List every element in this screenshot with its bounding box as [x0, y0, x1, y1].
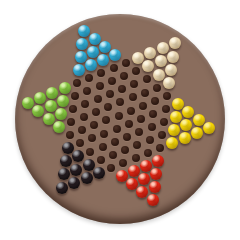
hole[interactable]: [125, 120, 133, 128]
marble-green[interactable]: [55, 108, 67, 120]
hole[interactable]: [139, 102, 147, 110]
hole[interactable]: [149, 110, 157, 118]
hole[interactable]: [118, 85, 126, 93]
hole[interactable]: [132, 154, 140, 162]
hole[interactable]: [115, 112, 123, 120]
marble-blue[interactable]: [97, 54, 109, 66]
hole[interactable]: [137, 115, 145, 123]
marble-green[interactable]: [34, 92, 46, 104]
marble-blue[interactable]: [76, 38, 88, 50]
hole[interactable]: [116, 98, 124, 106]
hole[interactable]: [158, 131, 166, 139]
marble-black[interactable]: [60, 155, 72, 167]
hole[interactable]: [113, 125, 121, 133]
hole[interactable]: [94, 95, 102, 103]
hole[interactable]: [148, 123, 156, 131]
hole[interactable]: [160, 118, 168, 126]
hole[interactable]: [122, 59, 130, 67]
marble-black[interactable]: [81, 172, 93, 184]
hole[interactable]: [96, 82, 104, 90]
marble-blue[interactable]: [73, 64, 85, 76]
marble-blue[interactable]: [75, 51, 87, 63]
hole[interactable]: [83, 87, 91, 95]
marble-yellow[interactable]: [180, 119, 192, 131]
marble-black[interactable]: [83, 159, 95, 171]
hole[interactable]: [97, 156, 105, 164]
hole[interactable]: [69, 105, 77, 113]
hole[interactable]: [80, 113, 88, 121]
marble-black[interactable]: [70, 164, 82, 176]
marble-natural[interactable]: [155, 55, 167, 67]
marble-red[interactable]: [147, 194, 159, 206]
marble-red[interactable]: [116, 170, 128, 182]
hole[interactable]: [132, 67, 140, 75]
marble-black[interactable]: [56, 182, 68, 194]
marble-natural[interactable]: [167, 51, 179, 63]
marble-green[interactable]: [32, 105, 44, 117]
hole[interactable]: [144, 149, 152, 157]
hole[interactable]: [146, 136, 154, 144]
marble-black[interactable]: [68, 177, 80, 189]
hole[interactable]: [130, 80, 138, 88]
hole[interactable]: [156, 144, 164, 152]
hole[interactable]: [120, 72, 128, 80]
marble-natural[interactable]: [144, 47, 156, 59]
hole[interactable]: [119, 159, 127, 167]
hole[interactable]: [133, 141, 141, 149]
marble-green[interactable]: [57, 95, 69, 107]
marble-yellow[interactable]: [168, 124, 180, 136]
hole[interactable]: [71, 92, 79, 100]
marble-yellow[interactable]: [166, 137, 178, 149]
hole[interactable]: [92, 108, 100, 116]
marble-red[interactable]: [152, 155, 164, 167]
marble-yellow[interactable]: [191, 127, 203, 139]
marble-black[interactable]: [72, 150, 84, 162]
hole[interactable]: [99, 143, 107, 151]
marble-yellow[interactable]: [182, 106, 194, 118]
marble-red[interactable]: [136, 186, 148, 198]
marble-natural[interactable]: [163, 77, 175, 89]
hole[interactable]: [108, 77, 116, 85]
hole[interactable]: [97, 69, 105, 77]
marble-yellow[interactable]: [203, 122, 215, 134]
marble-red[interactable]: [138, 173, 150, 185]
marble-natural[interactable]: [142, 60, 154, 72]
hole[interactable]: [153, 84, 161, 92]
hole[interactable]: [78, 126, 86, 134]
hole[interactable]: [141, 89, 149, 97]
marble-green[interactable]: [53, 121, 65, 133]
hole[interactable]: [81, 100, 89, 108]
marble-green[interactable]: [46, 87, 58, 99]
chinese-checkers-board: [15, 14, 225, 224]
marble-natural[interactable]: [165, 64, 177, 76]
marble-natural[interactable]: [169, 37, 181, 49]
hole[interactable]: [85, 74, 93, 82]
hole[interactable]: [67, 118, 75, 126]
hole[interactable]: [123, 133, 131, 141]
hole[interactable]: [127, 107, 135, 115]
marble-red[interactable]: [150, 168, 162, 180]
marble-black[interactable]: [93, 167, 105, 179]
marble-blue[interactable]: [85, 59, 97, 71]
hole[interactable]: [90, 121, 98, 129]
marble-blue[interactable]: [78, 25, 90, 37]
hole[interactable]: [162, 105, 170, 113]
hole[interactable]: [143, 75, 151, 83]
marble-natural[interactable]: [157, 42, 169, 54]
product-photo-background: [0, 0, 240, 240]
hole[interactable]: [107, 164, 115, 172]
hole[interactable]: [163, 92, 171, 100]
hole[interactable]: [151, 97, 159, 105]
hole[interactable]: [100, 130, 108, 138]
marble-red[interactable]: [149, 181, 161, 193]
hole[interactable]: [110, 64, 118, 72]
hole[interactable]: [121, 146, 129, 154]
hole[interactable]: [106, 90, 114, 98]
hole[interactable]: [73, 79, 81, 87]
marble-yellow[interactable]: [179, 132, 191, 144]
hole[interactable]: [66, 131, 74, 139]
hole[interactable]: [129, 93, 137, 101]
hole[interactable]: [102, 116, 110, 124]
hole[interactable]: [104, 103, 112, 111]
hole[interactable]: [111, 138, 119, 146]
marble-green[interactable]: [59, 82, 71, 94]
marble-blue[interactable]: [109, 49, 121, 61]
hole[interactable]: [88, 134, 96, 142]
hole[interactable]: [76, 139, 84, 147]
hole[interactable]: [86, 148, 94, 156]
hole[interactable]: [135, 128, 143, 136]
hole[interactable]: [109, 151, 117, 159]
